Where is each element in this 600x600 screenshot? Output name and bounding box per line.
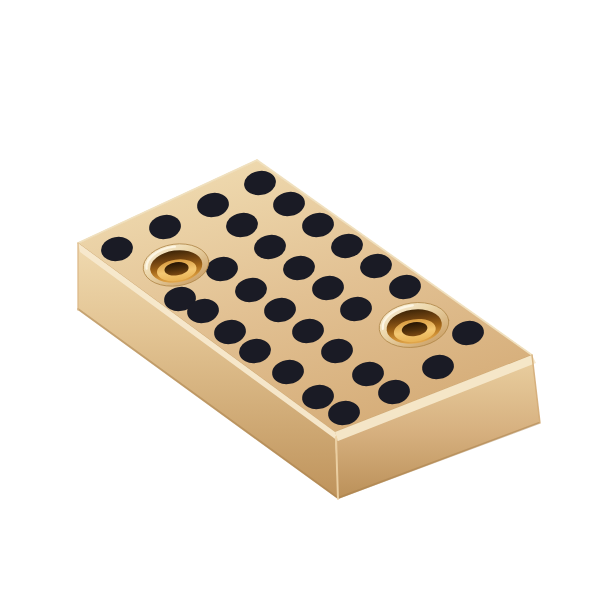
wear-plate-render	[0, 0, 600, 600]
product-photo	[0, 0, 600, 600]
